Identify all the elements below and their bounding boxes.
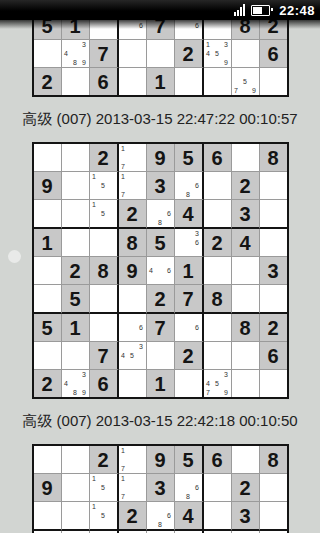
- sudoku-cell: 2: [204, 229, 232, 257]
- sudoku-cell: 4: [232, 229, 260, 257]
- sudoku-cell: 3: [147, 172, 175, 200]
- sudoku-cell: 1: [147, 370, 175, 397]
- game-entry[interactable]: 高级 (007) 2013-03-15 22:42:18 00:10:50 21…: [0, 399, 320, 533]
- sudoku-cell: [34, 40, 62, 68]
- sudoku-cell: [204, 200, 232, 229]
- sudoku-cell: 7: [90, 342, 119, 370]
- sudoku-cell: 34579: [204, 370, 232, 397]
- sudoku-cell: [260, 68, 287, 95]
- sudoku-cell: 345: [119, 342, 147, 370]
- sudoku-cell: 2: [90, 446, 119, 474]
- sudoku-cell: 2: [34, 68, 62, 95]
- sudoku-cell: [34, 446, 62, 474]
- sudoku-cell: 8: [204, 285, 232, 314]
- sudoku-cell: 7: [147, 314, 175, 342]
- sudoku-cell: 3489: [62, 40, 90, 68]
- saved-games-list[interactable]: 5167682348972134596261579 高级 (007) 2013-…: [0, 0, 320, 533]
- sudoku-cell: 3: [147, 474, 175, 502]
- battery-icon: [251, 5, 270, 16]
- sudoku-cell: [260, 285, 287, 314]
- sudoku-cell: 17: [119, 446, 147, 474]
- sudoku-cell: 7: [90, 40, 119, 68]
- status-bar: 22:48: [0, 0, 320, 20]
- sudoku-cell: 2: [147, 285, 175, 314]
- sudoku-cell: 2: [232, 474, 260, 502]
- sudoku-cell: 2: [260, 314, 287, 342]
- sudoku-cell: 3489: [62, 370, 90, 397]
- sudoku-cell: 68: [147, 502, 175, 531]
- sudoku-cell: [204, 257, 232, 285]
- sudoku-cell: 3: [232, 502, 260, 531]
- sudoku-cell: 6: [90, 370, 119, 397]
- sudoku-cell: 6: [260, 342, 287, 370]
- sudoku-cell: 5: [147, 229, 175, 257]
- sudoku-cell: [232, 370, 260, 397]
- sudoku-cell: 579: [232, 68, 260, 95]
- sudoku-cell: [232, 285, 260, 314]
- sudoku-cell: [34, 502, 62, 531]
- sudoku-cell: 2: [119, 502, 147, 531]
- sudoku-cell: [62, 446, 90, 474]
- sudoku-cell: [34, 257, 62, 285]
- sudoku-cell: [147, 40, 175, 68]
- sudoku-grid[interactable]: 21795689151736821526843: [32, 444, 289, 533]
- sudoku-cell: 68: [175, 172, 204, 200]
- sudoku-cell: 2: [34, 370, 62, 397]
- sudoku-cell: [232, 257, 260, 285]
- sudoku-cell: 2: [90, 144, 119, 172]
- sudoku-cell: [232, 342, 260, 370]
- sudoku-cell: [260, 229, 287, 257]
- sudoku-cell: 9: [147, 446, 175, 474]
- sudoku-grid[interactable]: 2179568915173682152684318536242894613527…: [32, 142, 289, 399]
- sudoku-cell: 6: [260, 40, 287, 68]
- sudoku-cell: 4: [175, 502, 204, 531]
- sudoku-cell: 8: [260, 446, 287, 474]
- sudoku-cell: 17: [119, 144, 147, 172]
- sudoku-cell: 2: [232, 172, 260, 200]
- sudoku-cell: [34, 144, 62, 172]
- status-bar-clock: 22:48: [279, 3, 315, 18]
- sudoku-cell: 2: [175, 342, 204, 370]
- sudoku-cell: [147, 342, 175, 370]
- sudoku-cell: [204, 342, 232, 370]
- game-entry[interactable]: 高级 (007) 2013-03-15 22:47:22 00:10:57 21…: [0, 97, 320, 399]
- game-entry-label[interactable]: 高级 (007) 2013-03-15 22:47:22 00:10:57: [0, 97, 320, 142]
- sudoku-cell: 2: [175, 40, 204, 68]
- sudoku-cell: [62, 229, 90, 257]
- sudoku-cell: [119, 285, 147, 314]
- sudoku-cell: 1: [147, 68, 175, 95]
- sudoku-cell: 15: [90, 502, 119, 531]
- sudoku-cell: [204, 474, 232, 502]
- sudoku-cell: [62, 342, 90, 370]
- sudoku-cell: [232, 40, 260, 68]
- sudoku-cell: [34, 342, 62, 370]
- sudoku-cell: [260, 172, 287, 200]
- sudoku-cell: 6: [204, 446, 232, 474]
- sudoku-cell: [62, 172, 90, 200]
- sudoku-cell: 9: [34, 474, 62, 502]
- sudoku-cell: [90, 314, 119, 342]
- sudoku-cell: [232, 446, 260, 474]
- sudoku-cell: [204, 314, 232, 342]
- sudoku-cell: [260, 370, 287, 397]
- sudoku-cell: 8: [119, 229, 147, 257]
- sudoku-grid[interactable]: 5167682348972134596261579: [32, 12, 289, 97]
- sudoku-cell: 2: [119, 200, 147, 229]
- sudoku-cell: 6: [90, 68, 119, 95]
- sudoku-cell: [204, 172, 232, 200]
- sudoku-cell: 17: [119, 172, 147, 200]
- sudoku-cell: [62, 200, 90, 229]
- sudoku-cell: 2: [62, 257, 90, 285]
- sudoku-cell: 5: [34, 314, 62, 342]
- sudoku-cell: [204, 502, 232, 531]
- sudoku-cell: 1: [175, 257, 204, 285]
- game-entry-label[interactable]: 高级 (007) 2013-03-15 22:42:18 00:10:50: [0, 399, 320, 444]
- sudoku-cell: [90, 285, 119, 314]
- sudoku-cell: [232, 144, 260, 172]
- sudoku-cell: [119, 68, 147, 95]
- sudoku-cell: [119, 40, 147, 68]
- sudoku-cell: 1: [62, 314, 90, 342]
- sudoku-cell: 5: [62, 285, 90, 314]
- sudoku-cell: 9: [119, 257, 147, 285]
- sudoku-cell: [34, 200, 62, 229]
- sudoku-cell: [34, 285, 62, 314]
- sudoku-cell: 8: [232, 314, 260, 342]
- sudoku-cell: [260, 474, 287, 502]
- sudoku-cell: 3: [232, 200, 260, 229]
- sudoku-cell: 68: [175, 474, 204, 502]
- sudoku-cell: 5: [175, 446, 204, 474]
- sudoku-cell: 46: [147, 257, 175, 285]
- sudoku-cell: 17: [119, 474, 147, 502]
- sudoku-cell: 36: [175, 229, 204, 257]
- sudoku-cell: [260, 502, 287, 531]
- app-screen: 22:48 5167682348972134596261579 高级 (007)…: [0, 0, 320, 533]
- sudoku-cell: [260, 200, 287, 229]
- sudoku-cell: 15: [90, 474, 119, 502]
- sudoku-cell: 8: [260, 144, 287, 172]
- sudoku-cell: 4: [175, 200, 204, 229]
- sudoku-cell: [62, 502, 90, 531]
- sudoku-cell: 13459: [204, 40, 232, 68]
- sudoku-cell: [175, 68, 204, 95]
- sudoku-cell: 15: [90, 172, 119, 200]
- sudoku-cell: 9: [34, 172, 62, 200]
- sudoku-cell: [175, 370, 204, 397]
- sudoku-cell: [204, 68, 232, 95]
- sudoku-cell: [62, 474, 90, 502]
- sudoku-cell: 3: [260, 257, 287, 285]
- sudoku-cell: [62, 144, 90, 172]
- sudoku-cell: 6: [119, 314, 147, 342]
- sudoku-cell: 1: [34, 229, 62, 257]
- sudoku-cell: 8: [90, 257, 119, 285]
- game-entry[interactable]: 5167682348972134596261579: [0, 12, 320, 97]
- sudoku-cell: [90, 229, 119, 257]
- sudoku-cell: 7: [175, 285, 204, 314]
- sudoku-cell: 5: [175, 144, 204, 172]
- sudoku-cell: [62, 68, 90, 95]
- sudoku-cell: 15: [90, 200, 119, 229]
- sudoku-cell: 9: [147, 144, 175, 172]
- sudoku-cell: 6: [175, 314, 204, 342]
- scroll-indicator-dot: [8, 250, 21, 263]
- sudoku-cell: 68: [147, 200, 175, 229]
- signal-icon: [234, 4, 245, 16]
- sudoku-cell: 6: [204, 144, 232, 172]
- sudoku-cell: [119, 370, 147, 397]
